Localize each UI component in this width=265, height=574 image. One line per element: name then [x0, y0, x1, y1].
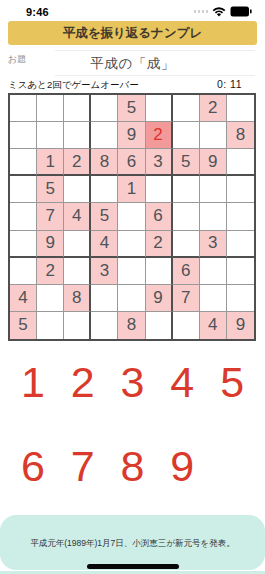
cell-r7c9[interactable]: [227, 258, 254, 285]
cell-r1c5[interactable]: 5: [118, 95, 145, 122]
cell-r3c6[interactable]: 3: [146, 149, 173, 176]
cell-r3c9[interactable]: [227, 149, 254, 176]
cell-r3c3[interactable]: 2: [64, 149, 91, 176]
timer-text: 0: 11: [217, 78, 242, 90]
cell-r2c9[interactable]: 8: [227, 122, 254, 149]
cell-r4c2[interactable]: 5: [37, 176, 64, 203]
cell-r6c4[interactable]: 4: [91, 231, 118, 258]
cell-r1c1[interactable]: [10, 95, 37, 122]
cell-r6c8[interactable]: 3: [200, 231, 227, 258]
cell-r9c9[interactable]: 9: [227, 312, 254, 339]
puzzle-subject-title: 平成の「成」: [0, 55, 265, 73]
cell-r7c3[interactable]: [64, 258, 91, 285]
mistake-counter-text: ミスあと2回でゲームオーバー: [8, 79, 139, 92]
cell-r7c8[interactable]: [200, 258, 227, 285]
trivia-text: 平成元年(1989年)1月7日、小渕恵三が新元号を発表。: [0, 538, 265, 550]
cell-r3c2[interactable]: 1: [37, 149, 64, 176]
cell-r8c5[interactable]: [118, 285, 145, 312]
cell-r8c2[interactable]: [37, 285, 64, 312]
cell-r5c1[interactable]: [10, 203, 37, 230]
cell-r8c9[interactable]: [227, 285, 254, 312]
cell-r7c4[interactable]: 3: [91, 258, 118, 285]
numpad-4[interactable]: 4: [170, 354, 194, 410]
cell-r8c4[interactable]: [91, 285, 118, 312]
cell-r9c4[interactable]: [91, 312, 118, 339]
cell-r2c8[interactable]: [200, 122, 227, 149]
cellular-signal-icon: [194, 10, 209, 13]
cell-r6c5[interactable]: [118, 231, 145, 258]
cell-r1c6[interactable]: [146, 95, 173, 122]
cell-r7c1[interactable]: [10, 258, 37, 285]
sudoku-board: 529281286359517456942323648975849: [8, 93, 256, 341]
app-title-banner: 平成を振り返るナンプレ: [8, 21, 257, 45]
cell-r1c8[interactable]: 2: [200, 95, 227, 122]
cell-r2c6[interactable]: 2: [146, 122, 173, 149]
cell-r3c7[interactable]: 5: [173, 149, 200, 176]
cell-r8c7[interactable]: 7: [173, 285, 200, 312]
cell-r6c6[interactable]: 2: [146, 231, 173, 258]
cell-r1c3[interactable]: [64, 95, 91, 122]
cell-r8c1[interactable]: 4: [10, 285, 37, 312]
numpad: 123456789: [8, 354, 257, 494]
cell-r9c8[interactable]: 4: [200, 312, 227, 339]
cell-r9c1[interactable]: 5: [10, 312, 37, 339]
cell-r7c7[interactable]: 6: [173, 258, 200, 285]
cell-r5c6[interactable]: 6: [146, 203, 173, 230]
cell-r5c9[interactable]: [227, 203, 254, 230]
cell-r4c8[interactable]: [200, 176, 227, 203]
cell-r5c2[interactable]: 7: [37, 203, 64, 230]
cell-r8c3[interactable]: 8: [64, 285, 91, 312]
cell-r7c2[interactable]: 2: [37, 258, 64, 285]
cell-r1c2[interactable]: [37, 95, 64, 122]
cell-r1c7[interactable]: [173, 95, 200, 122]
cell-r3c8[interactable]: 9: [200, 149, 227, 176]
picker-divider-top: [55, 50, 255, 51]
cell-r6c2[interactable]: 9: [37, 231, 64, 258]
cell-r5c3[interactable]: 4: [64, 203, 91, 230]
numpad-1[interactable]: 1: [21, 354, 45, 410]
cell-r2c2[interactable]: [37, 122, 64, 149]
cell-r4c1[interactable]: [10, 176, 37, 203]
wifi-icon: [212, 3, 226, 21]
picker-divider-bottom: [55, 75, 255, 76]
numpad-3[interactable]: 3: [121, 354, 145, 410]
cell-r3c4[interactable]: 8: [91, 149, 118, 176]
cell-r5c4[interactable]: 5: [91, 203, 118, 230]
cell-r4c5[interactable]: 1: [118, 176, 145, 203]
cell-r6c1[interactable]: [10, 231, 37, 258]
cell-r1c9[interactable]: [227, 95, 254, 122]
cell-r5c7[interactable]: [173, 203, 200, 230]
cell-r6c7[interactable]: [173, 231, 200, 258]
cell-r8c8[interactable]: [200, 285, 227, 312]
cell-r9c7[interactable]: [173, 312, 200, 339]
numpad-7[interactable]: 7: [71, 438, 95, 494]
cell-r6c3[interactable]: [64, 231, 91, 258]
cell-r4c6[interactable]: [146, 176, 173, 203]
cell-r2c4[interactable]: [91, 122, 118, 149]
numpad-2[interactable]: 2: [71, 354, 95, 410]
cell-r3c5[interactable]: 6: [118, 149, 145, 176]
status-bar: 9:46: [0, 0, 265, 21]
cell-r6c9[interactable]: [227, 231, 254, 258]
cell-r9c3[interactable]: [64, 312, 91, 339]
cell-r5c5[interactable]: [118, 203, 145, 230]
cell-r3c1[interactable]: [10, 149, 37, 176]
cell-r5c8[interactable]: [200, 203, 227, 230]
status-icons: [194, 3, 253, 21]
cell-r7c6[interactable]: [146, 258, 173, 285]
cell-r9c2[interactable]: [37, 312, 64, 339]
cell-r1c4[interactable]: [91, 95, 118, 122]
numpad-9[interactable]: 9: [170, 438, 194, 494]
numpad-8[interactable]: 8: [121, 438, 145, 494]
trivia-panel: 平成元年(1989年)1月7日、小渕恵三が新元号を発表。: [0, 515, 265, 570]
home-indicator[interactable]: [87, 564, 179, 569]
cell-r2c7[interactable]: [173, 122, 200, 149]
numpad-5[interactable]: 5: [220, 354, 244, 410]
numpad-6[interactable]: 6: [21, 438, 45, 494]
cell-r4c3[interactable]: [64, 176, 91, 203]
cell-r4c9[interactable]: [227, 176, 254, 203]
cell-r2c3[interactable]: [64, 122, 91, 149]
cell-r2c5[interactable]: 9: [118, 122, 145, 149]
app-screen: 9:46 平成を振り返るナンプレ お題 平成の「成」 ミスあと2回でゲームオーバ…: [0, 0, 265, 574]
cell-r4c7[interactable]: [173, 176, 200, 203]
cell-r7c5[interactable]: [118, 258, 145, 285]
cell-r2c1[interactable]: [10, 122, 37, 149]
clock-time: 9:46: [26, 6, 49, 18]
battery-icon: [230, 3, 252, 21]
cell-r9c5[interactable]: 8: [118, 312, 145, 339]
cell-r4c4[interactable]: [91, 176, 118, 203]
cell-r8c6[interactable]: 9: [146, 285, 173, 312]
cell-r9c6[interactable]: [146, 312, 173, 339]
